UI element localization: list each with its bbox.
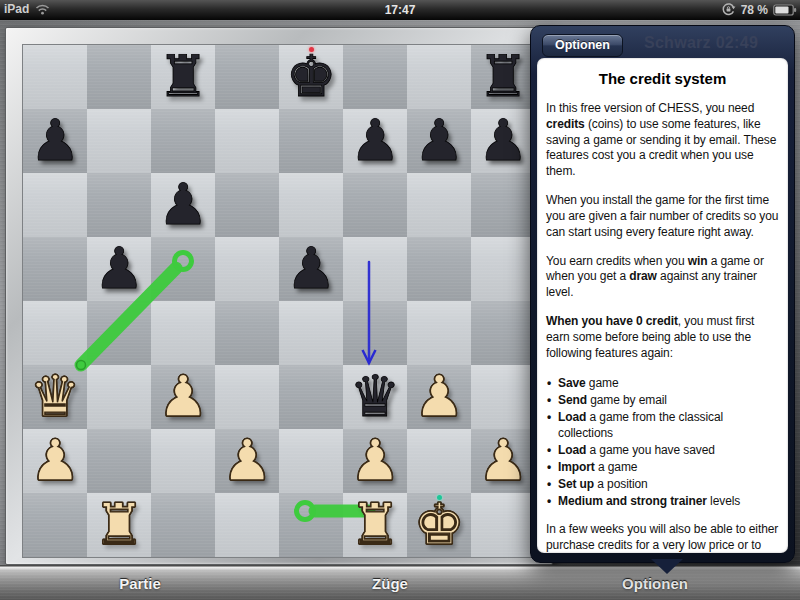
black-rook[interactable]: ♜ bbox=[151, 45, 215, 109]
black-queen[interactable]: ♛ bbox=[343, 365, 407, 429]
credit-feature-item: Load a game you have saved bbox=[546, 442, 779, 458]
square-g5[interactable] bbox=[407, 237, 471, 301]
battery-icon bbox=[773, 4, 797, 16]
white-queen[interactable]: ♛ bbox=[23, 365, 87, 429]
square-h3[interactable] bbox=[471, 365, 535, 429]
credit-feature-item: Set up a position bbox=[546, 476, 779, 492]
square-h8[interactable]: ♜ bbox=[471, 45, 535, 109]
battery-percent: 78 % bbox=[741, 3, 768, 17]
credit-feature-item: Save game bbox=[546, 375, 779, 391]
white-pawn[interactable]: ♟ bbox=[407, 365, 471, 429]
square-f2[interactable]: ♟ bbox=[343, 429, 407, 493]
square-g1[interactable]: ♚ bbox=[407, 493, 471, 557]
square-h5[interactable] bbox=[471, 237, 535, 301]
square-b6[interactable] bbox=[87, 173, 151, 237]
square-g7[interactable]: ♟ bbox=[407, 109, 471, 173]
square-g6[interactable] bbox=[407, 173, 471, 237]
tab-partie[interactable]: Partie bbox=[119, 565, 161, 600]
credit-feature-item: Medium and strong trainer levels bbox=[546, 493, 779, 509]
dimmed-black-clock: Schwarz 02:49 bbox=[616, 34, 786, 52]
square-f8[interactable] bbox=[343, 45, 407, 109]
square-b4[interactable] bbox=[87, 301, 151, 365]
square-h2[interactable]: ♟ bbox=[471, 429, 535, 493]
board-frame: ♜♚♜♟♟♟♟♟♟♟♛♟♛♟♟♟♟♟♜♜♚ bbox=[5, 27, 553, 565]
square-c7[interactable] bbox=[151, 109, 215, 173]
square-a1[interactable] bbox=[23, 493, 87, 557]
black-pawn[interactable]: ♟ bbox=[471, 109, 535, 173]
square-b2[interactable] bbox=[87, 429, 151, 493]
square-d8[interactable] bbox=[215, 45, 279, 109]
square-a5[interactable] bbox=[23, 237, 87, 301]
credit-feature-item: Load a game from the classical collectio… bbox=[546, 409, 779, 441]
white-king-jewel bbox=[437, 495, 442, 500]
square-f4[interactable] bbox=[343, 301, 407, 365]
square-g3[interactable]: ♟ bbox=[407, 365, 471, 429]
square-f6[interactable] bbox=[343, 173, 407, 237]
square-c3[interactable]: ♟ bbox=[151, 365, 215, 429]
square-b5[interactable]: ♟ bbox=[87, 237, 151, 301]
square-g4[interactable] bbox=[407, 301, 471, 365]
square-h1[interactable] bbox=[471, 493, 535, 557]
square-a3[interactable]: ♛ bbox=[23, 365, 87, 429]
square-b7[interactable] bbox=[87, 109, 151, 173]
square-h7[interactable]: ♟ bbox=[471, 109, 535, 173]
square-c4[interactable] bbox=[151, 301, 215, 365]
square-b1[interactable]: ♜ bbox=[87, 493, 151, 557]
square-g2[interactable] bbox=[407, 429, 471, 493]
square-e1[interactable] bbox=[279, 493, 343, 557]
square-a8[interactable] bbox=[23, 45, 87, 109]
square-d5[interactable] bbox=[215, 237, 279, 301]
popover-arrow bbox=[651, 559, 683, 574]
white-rook[interactable]: ♜ bbox=[343, 493, 407, 557]
square-d6[interactable] bbox=[215, 173, 279, 237]
black-king-jewel bbox=[309, 47, 314, 52]
black-pawn[interactable]: ♟ bbox=[23, 109, 87, 173]
credit-paragraphs: In this free version of CHESS, you need … bbox=[546, 101, 779, 362]
square-c2[interactable] bbox=[151, 429, 215, 493]
clock-time: 17:47 bbox=[0, 3, 800, 17]
square-c5[interactable] bbox=[151, 237, 215, 301]
white-king[interactable]: ♚ bbox=[407, 493, 471, 557]
paragraph: In this free version of CHESS, you need … bbox=[546, 101, 779, 180]
square-e2[interactable] bbox=[279, 429, 343, 493]
tab-zuege[interactable]: Züge bbox=[372, 565, 408, 600]
square-f3[interactable]: ♛ bbox=[343, 365, 407, 429]
black-king[interactable]: ♚ bbox=[279, 45, 343, 109]
white-pawn[interactable]: ♟ bbox=[343, 429, 407, 493]
closing-paragraph: In a few weeks you will also be able to … bbox=[546, 522, 779, 553]
square-f1[interactable]: ♜ bbox=[343, 493, 407, 557]
paragraph: You earn credits when you win a game or … bbox=[546, 254, 779, 301]
panel-title: The credit system bbox=[546, 70, 779, 87]
back-button-optionen[interactable]: Optionen bbox=[542, 34, 623, 57]
square-d3[interactable] bbox=[215, 365, 279, 429]
white-pawn[interactable]: ♟ bbox=[23, 429, 87, 493]
square-e6[interactable] bbox=[279, 173, 343, 237]
square-c1[interactable] bbox=[151, 493, 215, 557]
credit-feature-item: Send game by email bbox=[546, 392, 779, 408]
credit-feature-item: Import a game bbox=[546, 459, 779, 475]
credit-system-panel: The credit system In this free version o… bbox=[537, 58, 788, 553]
black-pawn[interactable]: ♟ bbox=[87, 237, 151, 301]
square-e8[interactable]: ♚ bbox=[279, 45, 343, 109]
credit-feature-list: Save gameSend game by emailLoad a game f… bbox=[546, 375, 779, 510]
square-d1[interactable] bbox=[215, 493, 279, 557]
white-pawn[interactable]: ♟ bbox=[151, 365, 215, 429]
black-pawn[interactable]: ♟ bbox=[279, 237, 343, 301]
status-bar: iPad 17:47 78 % bbox=[0, 0, 800, 20]
rotation-lock-icon bbox=[721, 2, 736, 17]
black-pawn[interactable]: ♟ bbox=[151, 173, 215, 237]
square-d2[interactable]: ♟ bbox=[215, 429, 279, 493]
square-d7[interactable] bbox=[215, 109, 279, 173]
square-f5[interactable] bbox=[343, 237, 407, 301]
square-c8[interactable]: ♜ bbox=[151, 45, 215, 109]
square-e7[interactable] bbox=[279, 109, 343, 173]
black-rook[interactable]: ♜ bbox=[471, 45, 535, 109]
square-e5[interactable]: ♟ bbox=[279, 237, 343, 301]
white-pawn[interactable]: ♟ bbox=[471, 429, 535, 493]
square-a7[interactable]: ♟ bbox=[23, 109, 87, 173]
black-pawn[interactable]: ♟ bbox=[407, 109, 471, 173]
paragraph: When you install the game for the first … bbox=[546, 193, 779, 240]
square-d4[interactable] bbox=[215, 301, 279, 365]
square-f7[interactable]: ♟ bbox=[343, 109, 407, 173]
white-pawn[interactable]: ♟ bbox=[215, 429, 279, 493]
square-g8[interactable] bbox=[407, 45, 471, 109]
square-a6[interactable] bbox=[23, 173, 87, 237]
white-rook[interactable]: ♜ bbox=[87, 493, 151, 557]
paragraph: When you have 0 credit, you must first e… bbox=[546, 314, 779, 361]
square-h4[interactable] bbox=[471, 301, 535, 365]
chess-board[interactable]: ♜♚♜♟♟♟♟♟♟♟♛♟♛♟♟♟♟♟♜♜♚ bbox=[22, 44, 536, 558]
square-b8[interactable] bbox=[87, 45, 151, 109]
square-e3[interactable] bbox=[279, 365, 343, 429]
options-popover: Schwarz 02:49 Optionen The credit system… bbox=[530, 25, 795, 563]
app-screen: iPad 17:47 78 % ♜♚♜♟♟♟♟♟♟♟♛♟♛♟♟♟ bbox=[0, 0, 800, 600]
square-c6[interactable]: ♟ bbox=[151, 173, 215, 237]
square-e4[interactable] bbox=[279, 301, 343, 365]
square-a4[interactable] bbox=[23, 301, 87, 365]
square-a2[interactable]: ♟ bbox=[23, 429, 87, 493]
square-h6[interactable] bbox=[471, 173, 535, 237]
black-pawn[interactable]: ♟ bbox=[343, 109, 407, 173]
square-b3[interactable] bbox=[87, 365, 151, 429]
